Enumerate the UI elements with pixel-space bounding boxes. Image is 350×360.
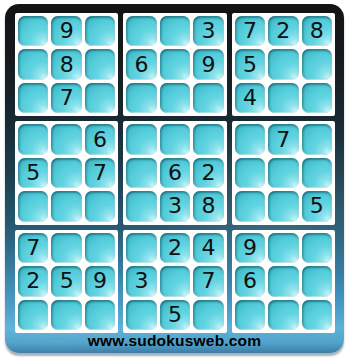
sudoku-cell-r3c7[interactable]: 4: [235, 83, 265, 113]
sudoku-cell-r1c4[interactable]: [126, 16, 156, 46]
sudoku-cell-r4c4[interactable]: [126, 124, 156, 154]
sudoku-cell-r1c1[interactable]: [18, 16, 48, 46]
sudoku-cell-r8c2[interactable]: 5: [51, 266, 81, 296]
sudoku-cell-r2c7[interactable]: 5: [235, 49, 265, 79]
sudoku-cell-r1c9[interactable]: 8: [302, 16, 332, 46]
sudoku-cell-r6c9[interactable]: 5: [302, 191, 332, 221]
sudoku-cell-r4c7[interactable]: [235, 124, 265, 154]
sudoku-cell-r4c3[interactable]: 6: [85, 124, 115, 154]
sudoku-board-frame: 9873697285465762387572592437596 www.sudo…: [5, 4, 344, 353]
sudoku-cell-r1c3[interactable]: [85, 16, 115, 46]
sudoku-cell-r1c7[interactable]: 7: [235, 16, 265, 46]
sudoku-cell-r4c5[interactable]: [160, 124, 190, 154]
sudoku-cell-r9c4[interactable]: [126, 300, 156, 330]
sudoku-cell-r9c8[interactable]: [268, 300, 298, 330]
sudoku-box-7: 7259: [15, 230, 118, 333]
sudoku-cell-r7c9[interactable]: [302, 233, 332, 263]
sudoku-cell-r9c5[interactable]: 5: [160, 300, 190, 330]
sudoku-cell-r7c6[interactable]: 4: [193, 233, 223, 263]
sudoku-box-5: 6238: [123, 121, 226, 224]
sudoku-cell-r2c6[interactable]: 9: [193, 49, 223, 79]
sudoku-box-4: 657: [15, 121, 118, 224]
sudoku-cell-r6c8[interactable]: [268, 191, 298, 221]
sudoku-cell-r4c9[interactable]: [302, 124, 332, 154]
sudoku-cell-r2c8[interactable]: [268, 49, 298, 79]
sudoku-cell-r8c3[interactable]: 9: [85, 266, 115, 296]
sudoku-cell-r5c3[interactable]: 7: [85, 158, 115, 188]
sudoku-cell-r5c4[interactable]: [126, 158, 156, 188]
sudoku-cell-r8c8[interactable]: [268, 266, 298, 296]
sudoku-cell-r3c5[interactable]: [160, 83, 190, 113]
sudoku-cell-r6c5[interactable]: 3: [160, 191, 190, 221]
sudoku-cell-r1c2[interactable]: 9: [51, 16, 81, 46]
sudoku-box-2: 369: [123, 13, 226, 116]
sudoku-cell-r7c7[interactable]: 9: [235, 233, 265, 263]
sudoku-cell-r7c2[interactable]: [51, 233, 81, 263]
sudoku-cell-r6c7[interactable]: [235, 191, 265, 221]
sudoku-cell-r3c2[interactable]: 7: [51, 83, 81, 113]
sudoku-cell-r8c4[interactable]: 3: [126, 266, 156, 296]
sudoku-cell-r7c1[interactable]: 7: [18, 233, 48, 263]
sudoku-cell-r6c1[interactable]: [18, 191, 48, 221]
sudoku-cell-r4c6[interactable]: [193, 124, 223, 154]
sudoku-cell-r9c3[interactable]: [85, 300, 115, 330]
sudoku-cell-r7c8[interactable]: [268, 233, 298, 263]
sudoku-cell-r2c1[interactable]: [18, 49, 48, 79]
sudoku-cell-r8c6[interactable]: 7: [193, 266, 223, 296]
sudoku-cell-r2c5[interactable]: [160, 49, 190, 79]
sudoku-cell-r7c3[interactable]: [85, 233, 115, 263]
sudoku-cell-r5c9[interactable]: [302, 158, 332, 188]
sudoku-cell-r6c2[interactable]: [51, 191, 81, 221]
sudoku-cell-r2c3[interactable]: [85, 49, 115, 79]
sudoku-cell-r2c2[interactable]: 8: [51, 49, 81, 79]
sudoku-box-8: 24375: [123, 230, 226, 333]
sudoku-cell-r2c9[interactable]: [302, 49, 332, 79]
sudoku-cell-r9c6[interactable]: [193, 300, 223, 330]
sudoku-box-9: 96: [232, 230, 335, 333]
sudoku-cell-r6c4[interactable]: [126, 191, 156, 221]
sudoku-cell-r4c1[interactable]: [18, 124, 48, 154]
sudoku-box-3: 72854: [232, 13, 335, 116]
sudoku-cell-r6c6[interactable]: 8: [193, 191, 223, 221]
sudoku-cell-r8c9[interactable]: [302, 266, 332, 296]
sudoku-box-1: 987: [15, 13, 118, 116]
sudoku-box-6: 75: [232, 121, 335, 224]
sudoku-cell-r9c1[interactable]: [18, 300, 48, 330]
sudoku-cell-r3c3[interactable]: [85, 83, 115, 113]
sudoku-cell-r4c8[interactable]: 7: [268, 124, 298, 154]
sudoku-cell-r4c2[interactable]: [51, 124, 81, 154]
sudoku-cell-r1c8[interactable]: 2: [268, 16, 298, 46]
sudoku-cell-r5c7[interactable]: [235, 158, 265, 188]
sudoku-cell-r5c5[interactable]: 6: [160, 158, 190, 188]
sudoku-cell-r3c1[interactable]: [18, 83, 48, 113]
sudoku-cell-r3c8[interactable]: [268, 83, 298, 113]
sudoku-cell-r6c3[interactable]: [85, 191, 115, 221]
sudoku-cell-r7c5[interactable]: 2: [160, 233, 190, 263]
sudoku-cell-r9c9[interactable]: [302, 300, 332, 330]
sudoku-page: 9873697285465762387572592437596 www.sudo…: [0, 0, 350, 360]
sudoku-board: 9873697285465762387572592437596: [15, 13, 335, 333]
site-watermark: www.sudokusweb.com: [5, 332, 344, 350]
sudoku-cell-r3c6[interactable]: [193, 83, 223, 113]
sudoku-cell-r1c5[interactable]: [160, 16, 190, 46]
sudoku-cell-r9c2[interactable]: [51, 300, 81, 330]
sudoku-cell-r8c1[interactable]: 2: [18, 266, 48, 296]
sudoku-cell-r3c4[interactable]: [126, 83, 156, 113]
sudoku-cell-r5c8[interactable]: [268, 158, 298, 188]
sudoku-cell-r7c4[interactable]: [126, 233, 156, 263]
sudoku-cell-r2c4[interactable]: 6: [126, 49, 156, 79]
sudoku-cell-r5c6[interactable]: 2: [193, 158, 223, 188]
sudoku-cell-r1c6[interactable]: 3: [193, 16, 223, 46]
sudoku-cell-r8c5[interactable]: [160, 266, 190, 296]
sudoku-cell-r5c1[interactable]: 5: [18, 158, 48, 188]
sudoku-cell-r3c9[interactable]: [302, 83, 332, 113]
sudoku-cell-r5c2[interactable]: [51, 158, 81, 188]
sudoku-cell-r8c7[interactable]: 6: [235, 266, 265, 296]
sudoku-cell-r9c7[interactable]: [235, 300, 265, 330]
